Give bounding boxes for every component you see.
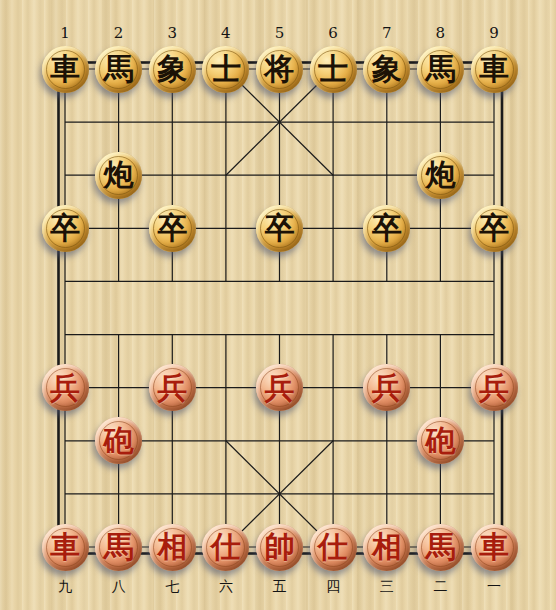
file-label-top-9: 9 <box>489 26 499 41</box>
piece-black-horse[interactable]: 馬 <box>417 46 464 93</box>
piece-glyph: 車 <box>50 532 80 562</box>
piece-glyph: 車 <box>479 532 509 562</box>
piece-glyph: 卒 <box>50 213 80 243</box>
piece-red-chariot[interactable]: 車 <box>42 524 89 571</box>
xiangqi-board[interactable]: 123456789 九八七六五四三二一 車馬象士将士象馬車炮炮卒卒卒卒卒兵兵兵兵… <box>0 0 556 610</box>
piece-red-soldier[interactable]: 兵 <box>149 364 196 411</box>
file-label-top-1: 1 <box>60 26 70 41</box>
piece-black-elephant[interactable]: 象 <box>363 46 410 93</box>
file-label-bottom-9: 一 <box>487 579 501 593</box>
piece-black-cannon[interactable]: 炮 <box>95 152 142 199</box>
piece-glyph: 象 <box>372 54 402 84</box>
piece-glyph: 兵 <box>265 373 295 403</box>
file-label-bottom-1: 九 <box>58 579 72 593</box>
piece-black-soldier[interactable]: 卒 <box>471 205 518 252</box>
piece-glyph: 卒 <box>157 213 187 243</box>
piece-glyph: 炮 <box>104 160 134 190</box>
file-label-top-7: 7 <box>382 26 392 41</box>
file-label-bottom-6: 四 <box>326 579 340 593</box>
piece-red-horse[interactable]: 馬 <box>95 524 142 571</box>
piece-glyph: 兵 <box>372 373 402 403</box>
piece-glyph: 士 <box>318 54 348 84</box>
piece-glyph: 象 <box>157 54 187 84</box>
file-label-top-4: 4 <box>221 26 231 41</box>
piece-glyph: 相 <box>157 532 187 562</box>
piece-glyph: 馬 <box>425 532 455 562</box>
file-label-bottom-4: 六 <box>219 579 233 593</box>
piece-glyph: 車 <box>50 54 80 84</box>
piece-glyph: 将 <box>265 54 295 84</box>
piece-black-chariot[interactable]: 車 <box>471 46 518 93</box>
file-label-top-8: 8 <box>436 26 446 41</box>
piece-black-advisor[interactable]: 士 <box>310 46 357 93</box>
piece-red-soldier[interactable]: 兵 <box>42 364 89 411</box>
piece-glyph: 仕 <box>211 532 241 562</box>
piece-red-general[interactable]: 帥 <box>256 524 303 571</box>
piece-black-horse[interactable]: 馬 <box>95 46 142 93</box>
piece-red-elephant[interactable]: 相 <box>363 524 410 571</box>
piece-glyph: 兵 <box>157 373 187 403</box>
file-label-top-2: 2 <box>114 26 124 41</box>
file-label-top-6: 6 <box>328 26 338 41</box>
piece-black-soldier[interactable]: 卒 <box>363 205 410 252</box>
file-label-bottom-7: 三 <box>380 579 394 593</box>
piece-glyph: 卒 <box>372 213 402 243</box>
piece-black-soldier[interactable]: 卒 <box>149 205 196 252</box>
piece-black-chariot[interactable]: 車 <box>42 46 89 93</box>
piece-glyph: 車 <box>479 54 509 84</box>
piece-glyph: 炮 <box>425 160 455 190</box>
file-label-bottom-8: 二 <box>433 579 447 593</box>
piece-black-advisor[interactable]: 士 <box>202 46 249 93</box>
piece-red-horse[interactable]: 馬 <box>417 524 464 571</box>
piece-black-cannon[interactable]: 炮 <box>417 152 464 199</box>
piece-black-general[interactable]: 将 <box>256 46 303 93</box>
piece-red-soldier[interactable]: 兵 <box>471 364 518 411</box>
piece-glyph: 卒 <box>265 213 295 243</box>
piece-glyph: 兵 <box>479 373 509 403</box>
file-label-bottom-5: 五 <box>273 579 287 593</box>
piece-black-soldier[interactable]: 卒 <box>42 205 89 252</box>
piece-black-soldier[interactable]: 卒 <box>256 205 303 252</box>
piece-black-elephant[interactable]: 象 <box>149 46 196 93</box>
file-label-top-5: 5 <box>275 26 285 41</box>
piece-red-chariot[interactable]: 車 <box>471 524 518 571</box>
piece-glyph: 士 <box>211 54 241 84</box>
piece-glyph: 馬 <box>104 54 134 84</box>
piece-red-soldier[interactable]: 兵 <box>256 364 303 411</box>
piece-glyph: 卒 <box>479 213 509 243</box>
piece-glyph: 帥 <box>265 532 295 562</box>
piece-red-cannon[interactable]: 砲 <box>417 417 464 464</box>
piece-red-advisor[interactable]: 仕 <box>310 524 357 571</box>
piece-glyph: 馬 <box>425 54 455 84</box>
piece-glyph: 砲 <box>104 426 134 456</box>
piece-glyph: 相 <box>372 532 402 562</box>
piece-glyph: 兵 <box>50 373 80 403</box>
file-label-bottom-3: 七 <box>165 579 179 593</box>
file-label-bottom-2: 八 <box>112 579 126 593</box>
piece-glyph: 砲 <box>425 426 455 456</box>
piece-glyph: 馬 <box>104 532 134 562</box>
piece-red-advisor[interactable]: 仕 <box>202 524 249 571</box>
piece-glyph: 仕 <box>318 532 348 562</box>
file-label-top-3: 3 <box>168 26 178 41</box>
piece-red-elephant[interactable]: 相 <box>149 524 196 571</box>
